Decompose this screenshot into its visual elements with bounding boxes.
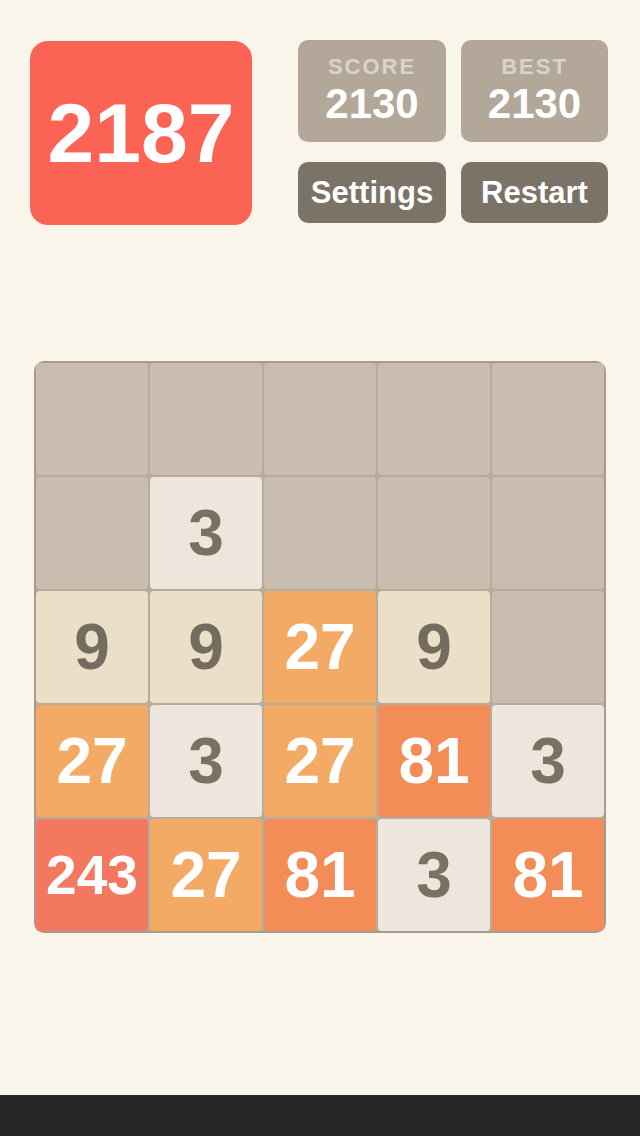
tile-81: 81	[492, 819, 604, 931]
tile-9: 9	[36, 591, 148, 703]
tile-3: 3	[150, 705, 262, 817]
game-board[interactable]: 399279273278132432781381	[34, 361, 606, 933]
empty-cell	[492, 591, 604, 703]
tile-27: 27	[264, 591, 376, 703]
tile-27: 27	[150, 819, 262, 931]
empty-cell	[378, 477, 490, 589]
bottom-bar	[0, 1095, 640, 1136]
app-title: 2187	[48, 85, 235, 182]
app-screen: 2187 SCORE 2130 BEST 2130 Settings Resta…	[0, 0, 640, 1136]
empty-cell	[36, 363, 148, 475]
app-title-tile: 2187	[30, 41, 252, 225]
settings-button-label: Settings	[311, 175, 433, 211]
score-label: SCORE	[328, 55, 416, 79]
best-label: BEST	[501, 55, 568, 79]
empty-cell	[36, 477, 148, 589]
empty-cell	[264, 477, 376, 589]
restart-button[interactable]: Restart	[461, 162, 608, 223]
empty-cell	[492, 477, 604, 589]
tile-27: 27	[36, 705, 148, 817]
score-box: SCORE 2130	[298, 40, 446, 142]
tile-3: 3	[150, 477, 262, 589]
tile-3: 3	[378, 819, 490, 931]
tile-81: 81	[378, 705, 490, 817]
empty-cell	[378, 363, 490, 475]
tile-9: 9	[150, 591, 262, 703]
best-box: BEST 2130	[461, 40, 608, 142]
best-value: 2130	[488, 81, 581, 127]
empty-cell	[492, 363, 604, 475]
tile-243: 243	[36, 819, 148, 931]
tile-81: 81	[264, 819, 376, 931]
score-value: 2130	[325, 81, 418, 127]
tile-9: 9	[378, 591, 490, 703]
tile-27: 27	[264, 705, 376, 817]
restart-button-label: Restart	[481, 175, 588, 211]
empty-cell	[264, 363, 376, 475]
settings-button[interactable]: Settings	[298, 162, 446, 223]
tile-3: 3	[492, 705, 604, 817]
empty-cell	[150, 363, 262, 475]
